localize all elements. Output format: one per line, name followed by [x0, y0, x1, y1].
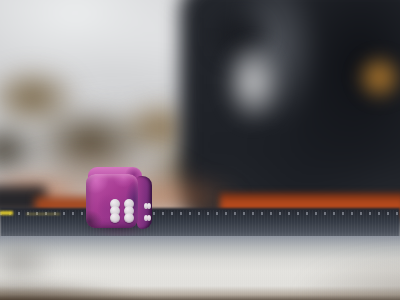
yellow-paint-mark-faint — [26, 213, 60, 215]
foreground-left-shade — [0, 240, 55, 285]
foreground-bottom-left-shade — [0, 280, 150, 300]
pip — [110, 213, 120, 223]
foreground-bottom-right-shade — [300, 250, 400, 300]
yellow-paint-mark — [0, 211, 13, 215]
die — [84, 166, 154, 230]
table-edge-glint — [0, 212, 400, 215]
background-amber-accent — [352, 50, 400, 105]
pip — [147, 215, 151, 221]
die-front-face — [86, 174, 138, 228]
die-right-face — [137, 176, 152, 229]
pip — [124, 213, 134, 223]
pip — [147, 203, 151, 209]
photo-scene — [0, 0, 400, 300]
background-white-bokeh — [222, 40, 284, 125]
